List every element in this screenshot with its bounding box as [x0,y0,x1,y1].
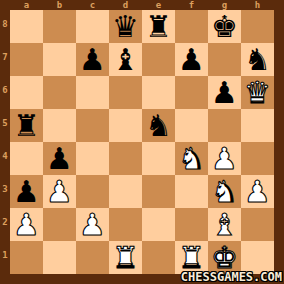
rank-label-2: 2 [0,205,10,238]
square-d6[interactable] [109,76,142,109]
square-f3[interactable] [175,175,208,208]
piece-black-knight[interactable]: ♞ [142,109,175,142]
square-b1[interactable] [43,241,76,274]
square-f2[interactable] [175,208,208,241]
piece-black-bishop[interactable]: ♝ [109,43,142,76]
rank-labels: 87654321 [0,10,10,274]
file-label-a: a [10,0,43,10]
piece-white-pawn[interactable]: ♟ [241,175,274,208]
piece-black-king[interactable]: ♚ [208,10,241,43]
square-a8[interactable] [10,10,43,43]
square-c2[interactable]: ♟ [76,208,109,241]
file-label-h: h [241,0,274,10]
square-f5[interactable] [175,109,208,142]
file-label-f: f [175,0,208,10]
square-c3[interactable] [76,175,109,208]
square-e2[interactable] [142,208,175,241]
file-label-b: b [43,0,76,10]
square-c5[interactable] [76,109,109,142]
square-b3[interactable]: ♟ [43,175,76,208]
square-b7[interactable] [43,43,76,76]
square-f7[interactable]: ♟ [175,43,208,76]
square-a2[interactable]: ♟ [10,208,43,241]
piece-black-pawn[interactable]: ♟ [76,43,109,76]
square-h6[interactable]: ♛ [241,76,274,109]
square-a4[interactable] [10,142,43,175]
square-h8[interactable] [241,10,274,43]
square-e6[interactable] [142,76,175,109]
piece-black-pawn[interactable]: ♟ [10,175,43,208]
square-c4[interactable] [76,142,109,175]
square-h7[interactable]: ♞ [241,43,274,76]
board-frame: abcdefgh 87654321 ♛♜♚♟♝♟♞♟♛♜♞♟♞♟♟♟♞♟♟♟♝♜… [0,0,284,284]
square-a6[interactable] [10,76,43,109]
piece-white-bishop[interactable]: ♝ [208,208,241,241]
rank-label-5: 5 [0,106,10,139]
square-f6[interactable] [175,76,208,109]
square-g4[interactable]: ♟ [208,142,241,175]
square-d2[interactable] [109,208,142,241]
piece-white-knight[interactable]: ♞ [175,142,208,175]
square-d5[interactable] [109,109,142,142]
piece-white-pawn[interactable]: ♟ [208,142,241,175]
chessgames-watermark: CHESSGAMES.COM [181,271,282,284]
square-f8[interactable] [175,10,208,43]
piece-black-rook[interactable]: ♜ [10,109,43,142]
piece-black-pawn[interactable]: ♟ [208,76,241,109]
square-c1[interactable] [76,241,109,274]
piece-white-pawn[interactable]: ♟ [76,208,109,241]
square-e1[interactable] [142,241,175,274]
square-g6[interactable]: ♟ [208,76,241,109]
rank-label-4: 4 [0,139,10,172]
square-a7[interactable] [10,43,43,76]
chessboard: ♛♜♚♟♝♟♞♟♛♜♞♟♞♟♟♟♞♟♟♟♝♜♜♚ [10,10,274,274]
square-a5[interactable]: ♜ [10,109,43,142]
square-g3[interactable]: ♞ [208,175,241,208]
square-g5[interactable] [208,109,241,142]
rank-label-6: 6 [0,73,10,106]
square-g2[interactable]: ♝ [208,208,241,241]
piece-white-knight[interactable]: ♞ [208,175,241,208]
square-a1[interactable] [10,241,43,274]
piece-white-pawn[interactable]: ♟ [10,208,43,241]
square-g8[interactable]: ♚ [208,10,241,43]
square-d3[interactable] [109,175,142,208]
square-a3[interactable]: ♟ [10,175,43,208]
square-g7[interactable] [208,43,241,76]
square-e5[interactable]: ♞ [142,109,175,142]
square-b8[interactable] [43,10,76,43]
square-e7[interactable] [142,43,175,76]
piece-black-rook[interactable]: ♜ [142,10,175,43]
square-c6[interactable] [76,76,109,109]
rank-label-8: 8 [0,7,10,40]
piece-black-pawn[interactable]: ♟ [175,43,208,76]
square-f4[interactable]: ♞ [175,142,208,175]
piece-black-pawn[interactable]: ♟ [43,142,76,175]
piece-white-rook[interactable]: ♜ [109,241,142,274]
piece-white-queen[interactable]: ♛ [241,76,274,109]
rank-label-1: 1 [0,238,10,271]
file-label-c: c [76,0,109,10]
square-e3[interactable] [142,175,175,208]
square-h4[interactable] [241,142,274,175]
square-c8[interactable] [76,10,109,43]
piece-black-queen[interactable]: ♛ [109,10,142,43]
square-h2[interactable] [241,208,274,241]
square-d8[interactable]: ♛ [109,10,142,43]
rank-label-7: 7 [0,40,10,73]
square-c7[interactable]: ♟ [76,43,109,76]
piece-black-knight[interactable]: ♞ [241,43,274,76]
square-b5[interactable] [43,109,76,142]
piece-white-pawn[interactable]: ♟ [43,175,76,208]
square-b2[interactable] [43,208,76,241]
square-b6[interactable] [43,76,76,109]
rank-label-3: 3 [0,172,10,205]
square-h3[interactable]: ♟ [241,175,274,208]
square-d4[interactable] [109,142,142,175]
square-d7[interactable]: ♝ [109,43,142,76]
square-b4[interactable]: ♟ [43,142,76,175]
square-d1[interactable]: ♜ [109,241,142,274]
square-e4[interactable] [142,142,175,175]
square-e8[interactable]: ♜ [142,10,175,43]
square-h5[interactable] [241,109,274,142]
